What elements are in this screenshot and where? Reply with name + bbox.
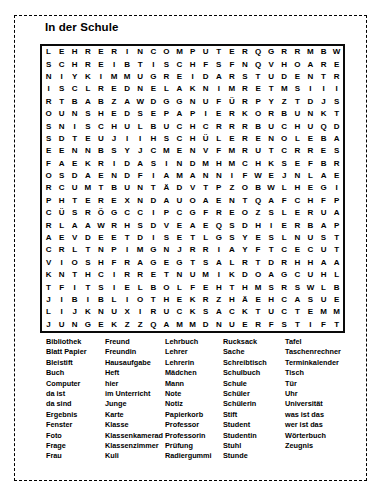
grid-cell[interactable]: D bbox=[330, 120, 343, 132]
grid-cell[interactable]: S bbox=[225, 232, 238, 244]
grid-cell[interactable]: O bbox=[238, 207, 251, 219]
grid-cell[interactable]: L bbox=[225, 257, 238, 269]
grid-cell[interactable]: U bbox=[107, 306, 120, 318]
grid-cell[interactable]: E bbox=[94, 46, 107, 58]
grid-cell[interactable]: R bbox=[238, 120, 251, 132]
grid-cell[interactable]: H bbox=[81, 269, 94, 281]
grid-cell[interactable]: A bbox=[55, 158, 68, 170]
grid-cell[interactable]: N bbox=[186, 96, 199, 108]
grid-cell[interactable]: B bbox=[330, 281, 343, 293]
grid-cell[interactable]: E bbox=[212, 108, 225, 120]
grid-cell[interactable]: L bbox=[173, 281, 186, 293]
grid-cell[interactable]: E bbox=[238, 319, 251, 331]
grid-cell[interactable]: S bbox=[238, 71, 251, 83]
grid-cell[interactable]: A bbox=[212, 257, 225, 269]
grid-cell[interactable]: W bbox=[134, 96, 147, 108]
grid-cell[interactable]: R bbox=[278, 281, 291, 293]
grid-cell[interactable]: C bbox=[173, 133, 186, 145]
grid-cell[interactable]: I bbox=[330, 182, 343, 194]
grid-cell[interactable]: B bbox=[68, 96, 81, 108]
grid-cell[interactable]: Y bbox=[238, 232, 251, 244]
grid-cell[interactable]: E bbox=[252, 133, 265, 145]
grid-cell[interactable]: E bbox=[173, 71, 186, 83]
grid-cell[interactable]: C bbox=[278, 294, 291, 306]
grid-cell[interactable]: L bbox=[278, 182, 291, 194]
grid-cell[interactable]: P bbox=[160, 207, 173, 219]
grid-cell[interactable]: V bbox=[186, 182, 199, 194]
grid-cell[interactable]: R bbox=[291, 145, 304, 157]
grid-cell[interactable]: O bbox=[238, 182, 251, 194]
grid-cell[interactable]: I bbox=[134, 133, 147, 145]
grid-cell[interactable]: N bbox=[199, 170, 212, 182]
grid-cell[interactable]: F bbox=[55, 281, 68, 293]
grid-cell[interactable]: T bbox=[330, 244, 343, 256]
grid-cell[interactable]: J bbox=[42, 294, 55, 306]
grid-cell[interactable]: R bbox=[107, 219, 120, 231]
grid-cell[interactable]: M bbox=[121, 71, 134, 83]
grid-cell[interactable]: K bbox=[265, 158, 278, 170]
grid-cell[interactable]: E bbox=[107, 108, 120, 120]
grid-cell[interactable]: R bbox=[199, 244, 212, 256]
grid-cell[interactable]: G bbox=[107, 207, 120, 219]
grid-cell[interactable]: A bbox=[68, 219, 81, 231]
grid-cell[interactable]: F bbox=[199, 207, 212, 219]
grid-cell[interactable]: U bbox=[265, 71, 278, 83]
grid-cell[interactable]: A bbox=[173, 108, 186, 120]
grid-cell[interactable]: S bbox=[212, 58, 225, 70]
grid-cell[interactable]: A bbox=[317, 219, 330, 231]
grid-cell[interactable]: F bbox=[134, 170, 147, 182]
grid-cell[interactable]: E bbox=[94, 58, 107, 70]
grid-cell[interactable]: I bbox=[317, 83, 330, 95]
grid-cell[interactable]: U bbox=[134, 71, 147, 83]
grid-cell[interactable]: T bbox=[134, 58, 147, 70]
grid-cell[interactable]: Ü bbox=[225, 96, 238, 108]
grid-cell[interactable]: A bbox=[160, 195, 173, 207]
grid-cell[interactable]: P bbox=[186, 108, 199, 120]
grid-cell[interactable]: H bbox=[121, 219, 134, 231]
grid-cell[interactable]: T bbox=[291, 306, 304, 318]
grid-cell[interactable]: A bbox=[199, 195, 212, 207]
grid-cell[interactable]: I bbox=[121, 133, 134, 145]
grid-cell[interactable]: A bbox=[212, 71, 225, 83]
grid-cell[interactable]: E bbox=[42, 145, 55, 157]
grid-cell[interactable]: A bbox=[330, 257, 343, 269]
grid-cell[interactable]: N bbox=[291, 232, 304, 244]
grid-cell[interactable]: Z bbox=[252, 207, 265, 219]
grid-cell[interactable]: L bbox=[199, 232, 212, 244]
grid-cell[interactable]: C bbox=[173, 207, 186, 219]
grid-cell[interactable]: N bbox=[291, 170, 304, 182]
grid-cell[interactable]: N bbox=[134, 83, 147, 95]
grid-cell[interactable]: C bbox=[238, 158, 251, 170]
grid-cell[interactable]: N bbox=[212, 319, 225, 331]
grid-cell[interactable]: H bbox=[212, 281, 225, 293]
grid-cell[interactable]: E bbox=[199, 281, 212, 293]
grid-cell[interactable]: H bbox=[147, 133, 160, 145]
grid-cell[interactable]: L bbox=[212, 133, 225, 145]
grid-cell[interactable]: S bbox=[278, 319, 291, 331]
grid-cell[interactable]: N bbox=[94, 306, 107, 318]
grid-cell[interactable]: B bbox=[304, 219, 317, 231]
grid-cell[interactable]: E bbox=[212, 195, 225, 207]
grid-cell[interactable]: T bbox=[199, 182, 212, 194]
grid-cell[interactable]: I bbox=[121, 294, 134, 306]
grid-cell[interactable]: H bbox=[186, 58, 199, 70]
grid-cell[interactable]: E bbox=[173, 294, 186, 306]
grid-cell[interactable]: Ü bbox=[199, 133, 212, 145]
grid-cell[interactable]: E bbox=[291, 158, 304, 170]
grid-cell[interactable]: A bbox=[317, 257, 330, 269]
grid-cell[interactable]: E bbox=[225, 133, 238, 145]
grid-cell[interactable]: K bbox=[225, 269, 238, 281]
grid-cell[interactable]: Y bbox=[121, 145, 134, 157]
grid-cell[interactable]: U bbox=[160, 306, 173, 318]
grid-cell[interactable]: X bbox=[121, 195, 134, 207]
grid-cell[interactable]: R bbox=[252, 319, 265, 331]
grid-cell[interactable]: G bbox=[265, 46, 278, 58]
grid-cell[interactable]: I bbox=[304, 319, 317, 331]
grid-cell[interactable]: H bbox=[94, 108, 107, 120]
grid-cell[interactable]: I bbox=[107, 158, 120, 170]
grid-cell[interactable]: N bbox=[55, 269, 68, 281]
grid-cell[interactable]: E bbox=[81, 133, 94, 145]
grid-cell[interactable]: N bbox=[304, 71, 317, 83]
grid-cell[interactable]: H bbox=[55, 195, 68, 207]
grid-cell[interactable]: L bbox=[68, 244, 81, 256]
grid-cell[interactable]: P bbox=[186, 46, 199, 58]
grid-cell[interactable]: D bbox=[238, 219, 251, 231]
grid-cell[interactable]: N bbox=[68, 145, 81, 157]
grid-cell[interactable]: R bbox=[291, 219, 304, 231]
grid-cell[interactable]: A bbox=[160, 319, 173, 331]
grid-cell[interactable]: K bbox=[238, 306, 251, 318]
grid-cell[interactable]: O bbox=[291, 58, 304, 70]
grid-cell[interactable]: R bbox=[330, 158, 343, 170]
grid-cell[interactable]: D bbox=[55, 133, 68, 145]
grid-cell[interactable]: S bbox=[199, 306, 212, 318]
grid-cell[interactable]: R bbox=[134, 269, 147, 281]
grid-cell[interactable]: W bbox=[330, 46, 343, 58]
grid-cell[interactable]: S bbox=[278, 158, 291, 170]
grid-cell[interactable]: I bbox=[147, 170, 160, 182]
grid-cell[interactable]: N bbox=[81, 145, 94, 157]
grid-cell[interactable]: H bbox=[304, 195, 317, 207]
grid-cell[interactable]: E bbox=[225, 207, 238, 219]
grid-cell[interactable]: V bbox=[68, 232, 81, 244]
grid-cell[interactable]: M bbox=[173, 319, 186, 331]
grid-cell[interactable]: A bbox=[304, 58, 317, 70]
grid-cell[interactable]: R bbox=[265, 108, 278, 120]
grid-cell[interactable]: U bbox=[121, 120, 134, 132]
grid-cell[interactable]: T bbox=[317, 71, 330, 83]
grid-cell[interactable]: H bbox=[252, 158, 265, 170]
grid-cell[interactable]: K bbox=[186, 306, 199, 318]
grid-cell[interactable]: H bbox=[238, 281, 251, 293]
grid-cell[interactable]: D bbox=[147, 195, 160, 207]
grid-cell[interactable]: S bbox=[68, 207, 81, 219]
grid-cell[interactable]: E bbox=[330, 58, 343, 70]
grid-cell[interactable]: C bbox=[291, 269, 304, 281]
grid-cell[interactable]: A bbox=[121, 96, 134, 108]
grid-cell[interactable]: G bbox=[212, 232, 225, 244]
grid-cell[interactable]: M bbox=[107, 71, 120, 83]
grid-cell[interactable]: K bbox=[42, 269, 55, 281]
grid-cell[interactable]: S bbox=[42, 120, 55, 132]
grid-cell[interactable]: H bbox=[107, 120, 120, 132]
grid-cell[interactable]: H bbox=[68, 46, 81, 58]
grid-cell[interactable]: N bbox=[265, 133, 278, 145]
grid-cell[interactable]: U bbox=[199, 96, 212, 108]
grid-cell[interactable]: Q bbox=[252, 58, 265, 70]
grid-cell[interactable]: E bbox=[55, 145, 68, 157]
grid-cell[interactable]: A bbox=[160, 170, 173, 182]
grid-cell[interactable]: A bbox=[81, 96, 94, 108]
grid-cell[interactable]: I bbox=[186, 71, 199, 83]
grid-cell[interactable]: B bbox=[252, 120, 265, 132]
grid-cell[interactable]: D bbox=[199, 319, 212, 331]
grid-cell[interactable]: N bbox=[304, 108, 317, 120]
grid-cell[interactable]: R bbox=[94, 195, 107, 207]
grid-cell[interactable]: C bbox=[173, 120, 186, 132]
grid-cell[interactable]: C bbox=[173, 306, 186, 318]
grid-cell[interactable]: G bbox=[173, 96, 186, 108]
grid-cell[interactable]: T bbox=[186, 257, 199, 269]
grid-cell[interactable]: L bbox=[278, 232, 291, 244]
grid-cell[interactable]: Q bbox=[317, 120, 330, 132]
grid-cell[interactable]: T bbox=[121, 232, 134, 244]
grid-cell[interactable]: D bbox=[265, 257, 278, 269]
grid-cell[interactable]: N bbox=[199, 83, 212, 95]
grid-cell[interactable]: U bbox=[304, 120, 317, 132]
grid-cell[interactable]: Z bbox=[278, 96, 291, 108]
grid-cell[interactable]: R bbox=[186, 244, 199, 256]
grid-cell[interactable]: I bbox=[330, 83, 343, 95]
grid-cell[interactable]: A bbox=[81, 219, 94, 231]
grid-cell[interactable]: H bbox=[291, 182, 304, 194]
grid-cell[interactable]: I bbox=[147, 232, 160, 244]
grid-cell[interactable]: R bbox=[278, 46, 291, 58]
grid-cell[interactable]: T bbox=[265, 145, 278, 157]
grid-cell[interactable]: R bbox=[42, 219, 55, 231]
grid-cell[interactable]: H bbox=[317, 269, 330, 281]
grid-cell[interactable]: T bbox=[42, 281, 55, 293]
grid-cell[interactable]: E bbox=[304, 133, 317, 145]
grid-cell[interactable]: N bbox=[186, 145, 199, 157]
grid-cell[interactable]: C bbox=[225, 306, 238, 318]
grid-cell[interactable]: M bbox=[225, 158, 238, 170]
grid-cell[interactable]: E bbox=[173, 145, 186, 157]
grid-cell[interactable]: K bbox=[186, 294, 199, 306]
grid-cell[interactable]: M bbox=[186, 319, 199, 331]
grid-cell[interactable]: H bbox=[186, 120, 199, 132]
grid-cell[interactable]: V bbox=[160, 219, 173, 231]
grid-cell[interactable]: F bbox=[212, 96, 225, 108]
grid-cell[interactable]: Z bbox=[121, 319, 134, 331]
grid-cell[interactable]: S bbox=[160, 133, 173, 145]
grid-cell[interactable]: U bbox=[304, 232, 317, 244]
grid-cell[interactable]: R bbox=[199, 294, 212, 306]
grid-cell[interactable]: F bbox=[238, 170, 251, 182]
grid-cell[interactable]: H bbox=[304, 257, 317, 269]
grid-cell[interactable]: O bbox=[278, 133, 291, 145]
grid-cell[interactable]: D bbox=[121, 83, 134, 95]
grid-cell[interactable]: Z bbox=[212, 294, 225, 306]
grid-cell[interactable]: E bbox=[291, 244, 304, 256]
grid-cell[interactable]: J bbox=[278, 170, 291, 182]
grid-cell[interactable]: E bbox=[173, 232, 186, 244]
grid-cell[interactable]: T bbox=[186, 232, 199, 244]
grid-cell[interactable]: A bbox=[265, 195, 278, 207]
grid-cell[interactable]: O bbox=[134, 294, 147, 306]
grid-cell[interactable]: L bbox=[317, 281, 330, 293]
grid-cell[interactable]: K bbox=[81, 71, 94, 83]
grid-cell[interactable]: P bbox=[212, 182, 225, 194]
grid-cell[interactable]: R bbox=[238, 83, 251, 95]
grid-cell[interactable]: T bbox=[94, 182, 107, 194]
grid-cell[interactable]: T bbox=[330, 108, 343, 120]
grid-cell[interactable]: N bbox=[68, 319, 81, 331]
grid-cell[interactable]: S bbox=[330, 145, 343, 157]
grid-cell[interactable]: R bbox=[238, 133, 251, 145]
grid-cell[interactable]: L bbox=[55, 219, 68, 231]
grid-cell[interactable]: F bbox=[199, 58, 212, 70]
grid-cell[interactable]: S bbox=[160, 58, 173, 70]
grid-cell[interactable]: U bbox=[68, 182, 81, 194]
grid-cell[interactable]: J bbox=[107, 133, 120, 145]
grid-cell[interactable]: S bbox=[147, 158, 160, 170]
grid-cell[interactable]: C bbox=[121, 207, 134, 219]
grid-cell[interactable]: P bbox=[330, 195, 343, 207]
grid-cell[interactable]: A bbox=[81, 170, 94, 182]
grid-cell[interactable]: S bbox=[42, 133, 55, 145]
grid-cell[interactable]: H bbox=[291, 120, 304, 132]
grid-cell[interactable]: R bbox=[330, 71, 343, 83]
grid-cell[interactable]: F bbox=[317, 195, 330, 207]
grid-cell[interactable]: R bbox=[55, 244, 68, 256]
grid-cell[interactable]: V bbox=[42, 257, 55, 269]
grid-cell[interactable]: K bbox=[317, 108, 330, 120]
grid-cell[interactable]: G bbox=[147, 244, 160, 256]
grid-cell[interactable]: U bbox=[317, 294, 330, 306]
grid-cell[interactable]: N bbox=[212, 170, 225, 182]
grid-cell[interactable]: A bbox=[173, 83, 186, 95]
grid-cell[interactable]: U bbox=[55, 108, 68, 120]
grid-cell[interactable]: D bbox=[134, 232, 147, 244]
grid-cell[interactable]: R bbox=[238, 96, 251, 108]
grid-cell[interactable]: G bbox=[160, 96, 173, 108]
grid-cell[interactable]: I bbox=[121, 46, 134, 58]
grid-cell[interactable]: C bbox=[291, 195, 304, 207]
grid-cell[interactable]: D bbox=[173, 182, 186, 194]
grid-cell[interactable]: I bbox=[212, 83, 225, 95]
grid-cell[interactable]: R bbox=[304, 145, 317, 157]
grid-cell[interactable]: Z bbox=[225, 182, 238, 194]
grid-cell[interactable]: C bbox=[278, 120, 291, 132]
grid-cell[interactable]: Q bbox=[252, 46, 265, 58]
grid-cell[interactable]: O bbox=[42, 170, 55, 182]
grid-cell[interactable]: D bbox=[147, 96, 160, 108]
grid-cell[interactable]: E bbox=[173, 219, 186, 231]
grid-cell[interactable]: P bbox=[42, 195, 55, 207]
grid-cell[interactable]: F bbox=[265, 319, 278, 331]
grid-cell[interactable]: E bbox=[107, 232, 120, 244]
grid-cell[interactable]: C bbox=[42, 244, 55, 256]
grid-cell[interactable]: M bbox=[199, 158, 212, 170]
grid-cell[interactable]: S bbox=[134, 219, 147, 231]
grid-cell[interactable]: S bbox=[330, 96, 343, 108]
grid-cell[interactable]: E bbox=[81, 195, 94, 207]
grid-cell[interactable]: N bbox=[68, 108, 81, 120]
grid-cell[interactable]: T bbox=[225, 281, 238, 293]
grid-cell[interactable]: S bbox=[107, 145, 120, 157]
grid-cell[interactable]: U bbox=[265, 306, 278, 318]
grid-cell[interactable]: E bbox=[94, 232, 107, 244]
grid-cell[interactable]: I bbox=[212, 269, 225, 281]
grid-cell[interactable]: Ä bbox=[160, 182, 173, 194]
grid-cell[interactable]: T bbox=[68, 133, 81, 145]
grid-cell[interactable]: T bbox=[265, 244, 278, 256]
grid-cell[interactable]: S bbox=[81, 120, 94, 132]
grid-cell[interactable]: S bbox=[265, 207, 278, 219]
grid-cell[interactable]: T bbox=[265, 83, 278, 95]
grid-cell[interactable]: D bbox=[68, 170, 81, 182]
grid-cell[interactable]: D bbox=[81, 232, 94, 244]
grid-cell[interactable]: I bbox=[55, 294, 68, 306]
grid-cell[interactable]: R bbox=[238, 46, 251, 58]
grid-cell[interactable]: I bbox=[42, 83, 55, 95]
grid-cell[interactable]: L bbox=[304, 170, 317, 182]
grid-cell[interactable]: R bbox=[42, 96, 55, 108]
grid-cell[interactable]: H bbox=[278, 58, 291, 70]
grid-cell[interactable]: I bbox=[212, 244, 225, 256]
grid-cell[interactable]: E bbox=[94, 319, 107, 331]
grid-cell[interactable]: K bbox=[238, 108, 251, 120]
grid-cell[interactable]: C bbox=[173, 58, 186, 70]
grid-cell[interactable]: U bbox=[291, 108, 304, 120]
grid-cell[interactable]: G bbox=[81, 319, 94, 331]
grid-cell[interactable]: C bbox=[278, 145, 291, 157]
grid-cell[interactable]: Q bbox=[212, 219, 225, 231]
grid-cell[interactable]: L bbox=[81, 83, 94, 95]
grid-cell[interactable]: M bbox=[304, 46, 317, 58]
grid-cell[interactable]: B bbox=[94, 96, 107, 108]
grid-cell[interactable]: C bbox=[55, 182, 68, 194]
grid-cell[interactable]: I bbox=[147, 207, 160, 219]
grid-cell[interactable]: M bbox=[134, 244, 147, 256]
grid-cell[interactable]: G bbox=[147, 257, 160, 269]
grid-cell[interactable]: C bbox=[68, 83, 81, 95]
grid-cell[interactable]: C bbox=[147, 46, 160, 58]
grid-cell[interactable]: D bbox=[278, 71, 291, 83]
grid-cell[interactable]: E bbox=[160, 257, 173, 269]
grid-cell[interactable]: T bbox=[252, 257, 265, 269]
grid-cell[interactable]: P bbox=[107, 244, 120, 256]
grid-cell[interactable]: I bbox=[68, 120, 81, 132]
grid-cell[interactable]: R bbox=[81, 207, 94, 219]
grid-cell[interactable]: R bbox=[147, 306, 160, 318]
grid-cell[interactable]: B bbox=[317, 158, 330, 170]
grid-cell[interactable]: I bbox=[304, 83, 317, 95]
grid-cell[interactable]: S bbox=[317, 232, 330, 244]
grid-cell[interactable]: E bbox=[121, 281, 134, 293]
grid-cell[interactable]: S bbox=[265, 232, 278, 244]
grid-cell[interactable]: S bbox=[55, 83, 68, 95]
grid-cell[interactable]: N bbox=[160, 244, 173, 256]
grid-cell[interactable]: K bbox=[107, 319, 120, 331]
grid-cell[interactable]: E bbox=[68, 158, 81, 170]
grid-cell[interactable]: R bbox=[291, 46, 304, 58]
